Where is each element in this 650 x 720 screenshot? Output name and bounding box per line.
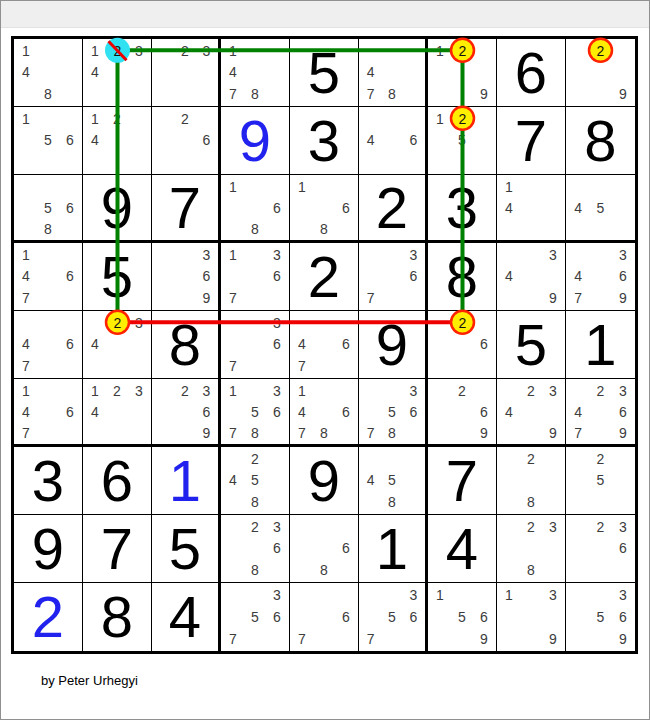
sudoku-cell-r7c7[interactable]: 7 <box>428 447 497 515</box>
sudoku-cell-r4c7[interactable]: 8 <box>428 243 497 311</box>
pencil-empty <box>174 62 195 84</box>
sudoku-cell-r5c6[interactable]: 9 <box>359 311 428 379</box>
pencil-empty <box>266 83 288 105</box>
pencil-empty <box>106 62 128 84</box>
pencil-empty <box>451 355 473 377</box>
pencil-mark-4: 4 <box>15 266 37 288</box>
pencil-mark-3: 3 <box>542 516 564 538</box>
pencil-mark-3: 3 <box>612 584 634 606</box>
pencil-empty <box>222 401 244 422</box>
pencil-empty <box>335 584 357 606</box>
sudoku-cell-r3c7[interactable]: 3 <box>428 175 497 243</box>
pencil-empty <box>451 62 473 84</box>
pencil-empty <box>335 218 357 239</box>
sudoku-cell-r2c5[interactable]: 3 <box>290 107 359 175</box>
pencil-empty <box>266 559 288 581</box>
sudoku-cell-r6c1[interactable]: 1467 <box>14 379 83 447</box>
pencil-mark-6: 6 <box>473 334 495 356</box>
sudoku-cell-r6c9[interactable]: 234679 <box>566 379 635 447</box>
pencil-empty <box>222 538 244 560</box>
sudoku-cell-r4c3[interactable]: 369 <box>152 243 221 311</box>
pencil-mark-1: 1 <box>291 176 313 197</box>
pencil-empty <box>59 151 81 173</box>
cell-value-given: 3 <box>290 107 358 174</box>
pencil-empty <box>451 83 473 105</box>
pencil-mark-2: 2 <box>106 108 128 130</box>
pencil-empty <box>335 628 357 650</box>
pencil-empty <box>498 516 520 538</box>
pencil-empty <box>360 244 381 266</box>
pencil-mark-2: 2 <box>244 448 266 470</box>
sudoku-cell-r9c6[interactable]: 3567 <box>359 583 428 651</box>
pencil-mark-3: 3 <box>128 380 150 401</box>
cell-value-given: 1 <box>566 311 635 378</box>
pencil-marks: 1234 <box>84 380 150 443</box>
sudoku-cell-r1c2[interactable]: 1234 <box>83 39 152 107</box>
sudoku-cell-r5c1[interactable]: 467 <box>14 311 83 379</box>
sudoku-cell-r3c9[interactable]: 45 <box>566 175 635 243</box>
sudoku-cell-r2c8[interactable]: 7 <box>497 107 566 175</box>
pencil-empty <box>612 197 634 218</box>
cell-value-given: 7 <box>83 515 151 582</box>
pencil-mark-7: 7 <box>360 83 381 105</box>
pencil-mark-9: 9 <box>473 628 495 650</box>
pencil-empty <box>128 334 150 356</box>
sudoku-cell-r7c8[interactable]: 28 <box>497 447 566 515</box>
pencil-empty <box>37 422 59 443</box>
pencil-mark-2: 2 <box>520 448 542 470</box>
pencil-empty <box>15 151 37 173</box>
sudoku-cell-r1c9[interactable]: 29 <box>566 39 635 107</box>
pencil-mark-2: 2 <box>174 40 195 62</box>
pencil-empty <box>542 491 564 513</box>
pencil-empty <box>244 176 266 197</box>
pencil-marks: 367 <box>360 244 424 309</box>
sudoku-cell-r2c3[interactable]: 26 <box>152 107 221 175</box>
pencil-marks: 367 <box>222 312 288 377</box>
pencil-marks: 458 <box>360 448 424 513</box>
pencil-mark-8: 8 <box>244 83 266 105</box>
sudoku-cell-r9c2[interactable]: 8 <box>83 583 152 651</box>
sudoku-cell-r9c9[interactable]: 3569 <box>566 583 635 651</box>
sudoku-cell-r1c5[interactable]: 5 <box>290 39 359 107</box>
pencil-mark-6: 6 <box>196 130 217 152</box>
sudoku-cell-r1c1[interactable]: 148 <box>14 39 83 107</box>
pencil-empty <box>244 312 266 334</box>
sudoku-cell-r6c7[interactable]: 269 <box>428 379 497 447</box>
sudoku-cell-r7c4[interactable]: 2458 <box>221 447 290 515</box>
pencil-empty <box>612 559 634 581</box>
sudoku-cell-r6c3[interactable]: 2369 <box>152 379 221 447</box>
cell-value-given: 5 <box>497 311 565 378</box>
pencil-empty <box>291 516 313 538</box>
pencil-empty <box>313 584 335 606</box>
sudoku-cell-r3c6[interactable]: 2 <box>359 175 428 243</box>
pencil-empty <box>222 218 244 239</box>
pencil-empty <box>498 244 520 266</box>
pencil-mark-6: 6 <box>335 401 357 422</box>
pencil-mark-7: 7 <box>360 287 381 309</box>
pencil-empty <box>612 176 634 197</box>
pencil-empty <box>153 62 174 84</box>
cell-value-given: 4 <box>428 515 496 582</box>
pencil-empty <box>153 266 174 288</box>
pencil-mark-1: 1 <box>498 176 520 197</box>
pencil-empty <box>174 401 195 422</box>
pencil-mark-8: 8 <box>313 559 335 581</box>
pencil-empty <box>381 584 402 606</box>
pencil-mark-4: 4 <box>15 62 37 84</box>
pencil-empty <box>589 83 611 105</box>
pencil-mark-7: 7 <box>291 628 313 650</box>
pencil-mark-7: 7 <box>222 422 244 443</box>
sudoku-cell-r5c2[interactable]: 234 <box>83 311 152 379</box>
sudoku-cell-r8c8[interactable]: 238 <box>497 515 566 583</box>
pencil-empty <box>403 40 424 62</box>
sudoku-cell-r6c6[interactable]: 35678 <box>359 379 428 447</box>
pencil-mark-4: 4 <box>84 62 106 84</box>
sudoku-cell-r7c1[interactable]: 3 <box>14 447 83 515</box>
pencil-empty <box>153 83 174 105</box>
pencil-empty <box>451 584 473 606</box>
pencil-mark-3: 3 <box>266 516 288 538</box>
pencil-empty <box>567 40 589 62</box>
pencil-mark-6: 6 <box>403 130 424 152</box>
pencil-mark-7: 7 <box>567 422 589 443</box>
pencil-empty <box>589 62 611 84</box>
pencil-empty <box>473 355 495 377</box>
sudoku-cell-r2c2[interactable]: 124 <box>83 107 152 175</box>
pencil-empty <box>291 606 313 628</box>
pencil-empty <box>360 108 381 130</box>
pencil-marks: 168 <box>291 176 357 239</box>
pencil-empty <box>244 287 266 309</box>
sudoku-cell-r7c2[interactable]: 6 <box>83 447 152 515</box>
cell-value-given: 3 <box>428 175 496 240</box>
pencil-empty <box>106 83 128 105</box>
sudoku-cell-r2c7[interactable]: 125 <box>428 107 497 175</box>
pencil-mark-1: 1 <box>429 108 451 130</box>
pencil-empty <box>84 355 106 377</box>
pencil-marks: 26 <box>153 108 217 173</box>
sudoku-cell-r9c4[interactable]: 3567 <box>221 583 290 651</box>
sudoku-cell-r3c5[interactable]: 168 <box>290 175 359 243</box>
pencil-empty <box>37 334 59 356</box>
sudoku-cell-r7c9[interactable]: 25 <box>566 447 635 515</box>
pencil-empty <box>153 40 174 62</box>
cell-value-given: 4 <box>152 583 218 651</box>
pencil-mark-9: 9 <box>196 287 217 309</box>
pencil-empty <box>84 422 106 443</box>
pencil-mark-2: 2 <box>589 448 611 470</box>
sudoku-cell-r9c5[interactable]: 67 <box>290 583 359 651</box>
pencil-mark-7: 7 <box>291 422 313 443</box>
pencil-marks: 29 <box>567 40 634 105</box>
pencil-mark-2: 2 <box>451 108 473 130</box>
sudoku-cell-r4c9[interactable]: 34679 <box>566 243 635 311</box>
pencil-mark-4: 4 <box>567 197 589 218</box>
pencil-empty <box>335 516 357 538</box>
pencil-empty <box>542 470 564 492</box>
pencil-marks: 3567 <box>360 584 424 650</box>
pencil-empty <box>153 151 174 173</box>
sudoku-cell-r4c5[interactable]: 2 <box>290 243 359 311</box>
pencil-empty <box>429 83 451 105</box>
pencil-empty <box>15 130 37 152</box>
pencil-marks: 2368 <box>222 516 288 581</box>
cell-value-given: 7 <box>497 107 565 174</box>
pencil-marks: 369 <box>153 244 217 309</box>
pencil-empty <box>174 266 195 288</box>
pencil-mark-4: 4 <box>567 266 589 288</box>
sudoku-cell-r1c3[interactable]: 23 <box>152 39 221 107</box>
pencil-mark-1: 1 <box>429 584 451 606</box>
pencil-mark-3: 3 <box>403 584 424 606</box>
pencil-mark-2: 2 <box>244 516 266 538</box>
pencil-mark-6: 6 <box>612 266 634 288</box>
sudoku-cell-r8c5[interactable]: 68 <box>290 515 359 583</box>
sudoku-cell-r1c6[interactable]: 478 <box>359 39 428 107</box>
pencil-empty <box>244 197 266 218</box>
pencil-mark-5: 5 <box>37 197 59 218</box>
sudoku-cell-r5c9[interactable]: 1 <box>566 311 635 379</box>
pencil-empty <box>567 516 589 538</box>
pencil-empty <box>381 266 402 288</box>
pencil-mark-4: 4 <box>498 197 520 218</box>
pencil-empty <box>542 401 564 422</box>
cell-value-given: 2 <box>290 243 358 310</box>
pencil-mark-7: 7 <box>222 628 244 650</box>
pencil-empty <box>196 108 217 130</box>
cell-value-given: 5 <box>83 243 151 310</box>
pencil-empty <box>429 334 451 356</box>
sudoku-cell-r4c1[interactable]: 1467 <box>14 243 83 311</box>
pencil-empty <box>335 312 357 334</box>
pencil-empty <box>244 628 266 650</box>
pencil-empty <box>451 422 473 443</box>
pencil-empty <box>313 516 335 538</box>
pencil-empty <box>106 334 128 356</box>
pencil-empty <box>196 151 217 173</box>
pencil-marks: 125 <box>429 108 495 173</box>
pencil-empty <box>222 312 244 334</box>
pencil-empty <box>244 355 266 377</box>
pencil-empty <box>381 244 402 266</box>
pencil-mark-6: 6 <box>335 538 357 560</box>
pencil-mark-1: 1 <box>291 380 313 401</box>
sudoku-cell-r1c4[interactable]: 1478 <box>221 39 290 107</box>
pencil-mark-6: 6 <box>59 130 81 152</box>
pencil-mark-4: 4 <box>498 266 520 288</box>
pencil-mark-1: 1 <box>222 380 244 401</box>
sudoku-cell-r2c4[interactable]: 9 <box>221 107 290 175</box>
sudoku-cell-r6c5[interactable]: 14678 <box>290 379 359 447</box>
pencil-empty <box>381 628 402 650</box>
sudoku-cell-r1c8[interactable]: 6 <box>497 39 566 107</box>
sudoku-cell-r9c1[interactable]: 2 <box>14 583 83 651</box>
pencil-marks: 135678 <box>222 380 288 443</box>
pencil-mark-9: 9 <box>612 628 634 650</box>
pencil-empty <box>429 62 451 84</box>
pencil-empty <box>128 108 150 130</box>
sudoku-cell-r4c4[interactable]: 1367 <box>221 243 290 311</box>
sudoku-cell-r8c1[interactable]: 9 <box>14 515 83 583</box>
sudoku-cell-r2c1[interactable]: 156 <box>14 107 83 175</box>
pencil-empty <box>403 83 424 105</box>
pencil-empty <box>542 606 564 628</box>
sudoku-cell-r4c6[interactable]: 367 <box>359 243 428 311</box>
pencil-mark-7: 7 <box>222 287 244 309</box>
pencil-empty <box>542 197 564 218</box>
pencil-empty <box>520 266 542 288</box>
sudoku-cell-r6c2[interactable]: 1234 <box>83 379 152 447</box>
pencil-empty <box>59 83 81 105</box>
pencil-empty <box>222 491 244 513</box>
pencil-empty <box>498 470 520 492</box>
pencil-mark-2: 2 <box>106 312 128 334</box>
pencil-marks: 168 <box>222 176 288 239</box>
sudoku-cell-r9c3[interactable]: 4 <box>152 583 221 651</box>
sudoku-cell-r7c3[interactable]: 1 <box>152 447 221 515</box>
pencil-empty <box>291 584 313 606</box>
pencil-empty <box>313 628 335 650</box>
pencil-marks: 67 <box>291 584 357 650</box>
pencil-empty <box>589 176 611 197</box>
pencil-empty <box>244 538 266 560</box>
sudoku-cell-r3c2[interactable]: 9 <box>83 175 152 243</box>
pencil-mark-2: 2 <box>451 312 473 334</box>
pencil-empty <box>37 355 59 377</box>
pencil-empty <box>360 584 381 606</box>
pencil-empty <box>59 380 81 401</box>
pencil-empty <box>520 218 542 239</box>
sudoku-cell-r2c6[interactable]: 46 <box>359 107 428 175</box>
pencil-empty <box>498 559 520 581</box>
pencil-mark-7: 7 <box>222 83 244 105</box>
pencil-mark-3: 3 <box>612 516 634 538</box>
pencil-mark-2: 2 <box>589 40 611 62</box>
pencil-mark-5: 5 <box>381 606 402 628</box>
pencil-mark-6: 6 <box>266 538 288 560</box>
sudoku-cell-r8c4[interactable]: 2368 <box>221 515 290 583</box>
sudoku-cell-r5c8[interactable]: 5 <box>497 311 566 379</box>
pencil-empty <box>335 559 357 581</box>
pencil-marks: 478 <box>360 40 424 105</box>
sudoku-cell-r1c7[interactable]: 129 <box>428 39 497 107</box>
pencil-empty <box>429 422 451 443</box>
pencil-empty <box>222 334 244 356</box>
pencil-mark-9: 9 <box>612 83 634 105</box>
pencil-marks: 1467 <box>15 244 81 309</box>
sudoku-cell-r7c6[interactable]: 458 <box>359 447 428 515</box>
pencil-mark-6: 6 <box>403 401 424 422</box>
pencil-mark-8: 8 <box>381 83 402 105</box>
pencil-empty <box>244 334 266 356</box>
pencil-mark-5: 5 <box>244 401 266 422</box>
pencil-empty <box>520 470 542 492</box>
pencil-marks: 25 <box>567 448 634 513</box>
sudoku-cell-r8c2[interactable]: 7 <box>83 515 152 583</box>
pencil-empty <box>498 287 520 309</box>
pencil-empty <box>360 40 381 62</box>
pencil-mark-6: 6 <box>266 606 288 628</box>
pencil-mark-7: 7 <box>360 422 381 443</box>
sudoku-cell-r8c6[interactable]: 1 <box>359 515 428 583</box>
pencil-empty <box>106 401 128 422</box>
pencil-empty <box>567 176 589 197</box>
pencil-empty <box>360 380 381 401</box>
pencil-empty <box>429 312 451 334</box>
cell-value-given: 1 <box>359 515 425 582</box>
pencil-mark-1: 1 <box>429 40 451 62</box>
pencil-mark-3: 3 <box>266 584 288 606</box>
sudoku-cell-r8c7[interactable]: 4 <box>428 515 497 583</box>
sudoku-cell-r3c3[interactable]: 7 <box>152 175 221 243</box>
pencil-marks: 1478 <box>222 40 288 105</box>
sudoku-cell-r5c7[interactable]: 26 <box>428 311 497 379</box>
pencil-mark-8: 8 <box>313 218 335 239</box>
pencil-marks: 467 <box>291 312 357 377</box>
pencil-mark-6: 6 <box>196 266 217 288</box>
pencil-mark-9: 9 <box>612 422 634 443</box>
pencil-mark-4: 4 <box>222 62 244 84</box>
pencil-marks: 124 <box>84 108 150 173</box>
sudoku-cell-r9c8[interactable]: 139 <box>497 583 566 651</box>
pencil-mark-4: 4 <box>291 334 313 356</box>
sudoku-cell-r8c9[interactable]: 236 <box>566 515 635 583</box>
sudoku-cell-r9c7[interactable]: 1569 <box>428 583 497 651</box>
pencil-empty <box>59 422 81 443</box>
sudoku-cell-r3c8[interactable]: 14 <box>497 175 566 243</box>
pencil-mark-6: 6 <box>266 197 288 218</box>
sudoku-cell-r4c2[interactable]: 5 <box>83 243 152 311</box>
pencil-empty <box>451 401 473 422</box>
sudoku-cell-r5c3[interactable]: 8 <box>152 311 221 379</box>
sudoku-cell-r5c4[interactable]: 367 <box>221 311 290 379</box>
pencil-empty <box>37 151 59 173</box>
sudoku-cell-r6c4[interactable]: 135678 <box>221 379 290 447</box>
pencil-mark-8: 8 <box>520 559 542 581</box>
sudoku-cell-r3c1[interactable]: 568 <box>14 175 83 243</box>
pencil-empty <box>291 538 313 560</box>
pencil-empty <box>153 287 174 309</box>
pencil-marks: 129 <box>429 40 495 105</box>
sudoku-cell-r6c8[interactable]: 2349 <box>497 379 566 447</box>
sudoku-cell-r2c9[interactable]: 8 <box>566 107 635 175</box>
pencil-empty <box>403 108 424 130</box>
pencil-mark-9: 9 <box>542 287 564 309</box>
pencil-empty <box>15 83 37 105</box>
pencil-empty <box>429 355 451 377</box>
pencil-empty <box>266 287 288 309</box>
sudoku-cell-r4c8[interactable]: 349 <box>497 243 566 311</box>
pencil-mark-8: 8 <box>313 422 335 443</box>
pencil-empty <box>313 355 335 377</box>
pencil-marks: 14678 <box>291 380 357 443</box>
pencil-empty <box>244 584 266 606</box>
pencil-empty <box>567 559 589 581</box>
sudoku-cell-r5c5[interactable]: 467 <box>290 311 359 379</box>
pencil-empty <box>244 40 266 62</box>
sudoku-cell-r3c4[interactable]: 168 <box>221 175 290 243</box>
pencil-mark-6: 6 <box>612 606 634 628</box>
pencil-empty <box>222 516 244 538</box>
sudoku-cell-r7c5[interactable]: 9 <box>290 447 359 515</box>
pencil-marks: 234 <box>84 312 150 377</box>
pencil-empty <box>360 401 381 422</box>
sudoku-cell-r8c3[interactable]: 5 <box>152 515 221 583</box>
pencil-empty <box>335 422 357 443</box>
